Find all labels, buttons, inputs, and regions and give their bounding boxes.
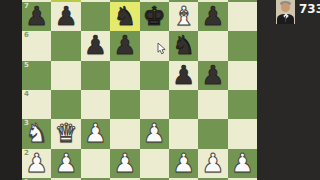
black-pawn-d6[interactable]: ♟ — [113, 31, 136, 60]
square-d4[interactable] — [110, 90, 139, 119]
square-b4[interactable] — [51, 90, 80, 119]
square-b1[interactable] — [51, 178, 80, 180]
black-pawn-b7[interactable]: ♟ — [54, 2, 77, 31]
black-king-e7[interactable]: ♚ — [143, 2, 166, 31]
right-panel — [257, 0, 320, 180]
player-avatar — [276, 0, 295, 24]
square-e7[interactable]: ♚ — [140, 2, 169, 31]
square-e3[interactable]: ♟ — [140, 119, 169, 148]
avatar-face — [281, 3, 290, 12]
square-b3[interactable]: ♛ — [51, 119, 80, 148]
square-f7[interactable]: ♝ — [169, 2, 198, 31]
square-f2[interactable]: ♟ — [169, 149, 198, 178]
square-d6[interactable]: ♟ — [110, 31, 139, 60]
square-h1[interactable]: ♜ — [228, 178, 257, 180]
square-b6[interactable] — [51, 31, 80, 60]
white-bishop-c1[interactable]: ♝ — [84, 178, 107, 180]
square-c3[interactable]: ♟ — [81, 119, 110, 148]
black-pawn-f5[interactable]: ♟ — [172, 61, 195, 90]
square-h2[interactable]: ♟ — [228, 149, 257, 178]
white-pawn-c3[interactable]: ♟ — [84, 119, 107, 148]
square-g4[interactable] — [198, 90, 227, 119]
white-king-e1[interactable]: ♚ — [143, 178, 166, 180]
white-pawn-d2[interactable]: ♟ — [113, 149, 136, 178]
square-d5[interactable] — [110, 61, 139, 90]
square-c6[interactable]: ♟ — [81, 31, 110, 60]
square-e5[interactable] — [140, 61, 169, 90]
square-e2[interactable] — [140, 149, 169, 178]
rank-label-1: 1 — [24, 179, 29, 180]
square-h3[interactable] — [228, 119, 257, 148]
square-e1[interactable]: ♚ — [140, 178, 169, 180]
square-g7[interactable]: ♟ — [198, 2, 227, 31]
white-pawn-g2[interactable]: ♟ — [201, 149, 224, 178]
square-e4[interactable] — [140, 90, 169, 119]
square-f6[interactable]: ♞ — [169, 31, 198, 60]
black-knight-d7[interactable]: ♞ — [113, 2, 136, 31]
left-sidebar — [0, 0, 22, 180]
square-d7[interactable]: ♞ — [110, 2, 139, 31]
square-a1[interactable]: 1♜ — [22, 178, 51, 180]
white-queen-b3[interactable]: ♛ — [54, 119, 77, 148]
square-d2[interactable]: ♟ — [110, 149, 139, 178]
square-g3[interactable] — [198, 119, 227, 148]
square-a2[interactable]: 2♟ — [22, 149, 51, 178]
white-pawn-e3[interactable]: ♟ — [143, 119, 166, 148]
square-b2[interactable]: ♟ — [51, 149, 80, 178]
square-h5[interactable] — [228, 61, 257, 90]
square-c7[interactable] — [81, 2, 110, 31]
square-f3[interactable] — [169, 119, 198, 148]
video-frame: 8♜♝♛♝♜7♟♟♞♚♝♟6♟♟♞5♟♟43♞♛♟♟2♟♟♟♟♟♟1♜♝♚♞♜ … — [0, 0, 320, 180]
square-d1[interactable] — [110, 178, 139, 180]
square-c4[interactable] — [81, 90, 110, 119]
square-g1[interactable]: ♞ — [198, 178, 227, 180]
square-f1[interactable] — [169, 178, 198, 180]
square-g2[interactable]: ♟ — [198, 149, 227, 178]
avatar-tie — [285, 16, 287, 22]
chess-board: 8♜♝♛♝♜7♟♟♞♚♝♟6♟♟♞5♟♟43♞♛♟♟2♟♟♟♟♟♟1♜♝♚♞♜ — [22, 0, 257, 180]
square-a3[interactable]: 3♞ — [22, 119, 51, 148]
square-c2[interactable] — [81, 149, 110, 178]
square-f4[interactable] — [169, 90, 198, 119]
square-f5[interactable]: ♟ — [169, 61, 198, 90]
square-h7[interactable] — [228, 2, 257, 31]
black-pawn-c6[interactable]: ♟ — [84, 31, 107, 60]
black-knight-f6[interactable]: ♞ — [172, 31, 195, 60]
black-pawn-g7[interactable]: ♟ — [201, 2, 224, 31]
white-pawn-b2[interactable]: ♟ — [54, 149, 77, 178]
square-g6[interactable] — [198, 31, 227, 60]
rank-label-4: 4 — [24, 91, 29, 98]
mouse-cursor-icon — [157, 43, 167, 55]
white-pawn-f2[interactable]: ♟ — [172, 149, 195, 178]
square-b7[interactable]: ♟ — [51, 2, 80, 31]
square-h4[interactable] — [228, 90, 257, 119]
square-h6[interactable] — [228, 31, 257, 60]
square-d3[interactable] — [110, 119, 139, 148]
white-knight-g1[interactable]: ♞ — [201, 178, 224, 180]
rank-label-6: 6 — [24, 32, 29, 39]
square-c5[interactable] — [81, 61, 110, 90]
square-a7[interactable]: 7♟ — [22, 2, 51, 31]
square-a4[interactable]: 4 — [22, 90, 51, 119]
square-b5[interactable] — [51, 61, 80, 90]
rank-label-5: 5 — [24, 62, 29, 69]
square-g5[interactable]: ♟ — [198, 61, 227, 90]
rank-label-3: 3 — [24, 120, 29, 127]
white-bishop-f7[interactable]: ♝ — [172, 2, 195, 31]
white-pawn-h2[interactable]: ♟ — [231, 149, 254, 178]
player-rating: 733 — [299, 2, 320, 16]
rank-label-7: 7 — [24, 3, 29, 10]
square-a5[interactable]: 5 — [22, 61, 51, 90]
black-pawn-g5[interactable]: ♟ — [201, 61, 224, 90]
white-rook-h1[interactable]: ♜ — [231, 178, 254, 180]
rank-label-2: 2 — [24, 150, 29, 157]
square-a6[interactable]: 6 — [22, 31, 51, 60]
square-c1[interactable]: ♝ — [81, 178, 110, 180]
